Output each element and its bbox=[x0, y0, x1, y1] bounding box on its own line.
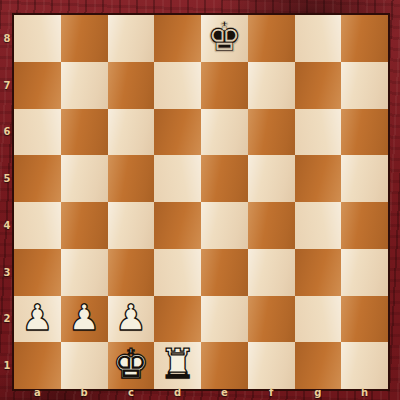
square-c4[interactable] bbox=[108, 202, 155, 249]
file-label-c: c bbox=[108, 386, 155, 399]
rank-label-4: 4 bbox=[0, 202, 14, 249]
file-labels: abcdefgh bbox=[14, 386, 388, 399]
square-h1[interactable] bbox=[341, 342, 388, 389]
square-c1[interactable]: ♚ bbox=[108, 342, 155, 389]
white-pawn[interactable]: ♟ bbox=[21, 300, 53, 336]
square-e7[interactable] bbox=[201, 62, 248, 109]
chess-diagram: ♚♟♟♟♚♜ abcdefgh 87654321 bbox=[0, 0, 400, 400]
square-b2[interactable]: ♟ bbox=[61, 296, 108, 343]
square-h8[interactable] bbox=[341, 15, 388, 62]
square-a4[interactable] bbox=[14, 202, 61, 249]
square-f6[interactable] bbox=[248, 109, 295, 156]
square-e2[interactable] bbox=[201, 296, 248, 343]
rank-label-7: 7 bbox=[0, 62, 14, 109]
square-a8[interactable] bbox=[14, 15, 61, 62]
square-f2[interactable] bbox=[248, 296, 295, 343]
rank-label-8: 8 bbox=[0, 15, 14, 62]
square-e5[interactable] bbox=[201, 155, 248, 202]
file-label-f: f bbox=[248, 386, 295, 399]
square-g2[interactable] bbox=[295, 296, 342, 343]
file-label-h: h bbox=[341, 386, 388, 399]
rank-label-3: 3 bbox=[0, 249, 14, 296]
square-d7[interactable] bbox=[154, 62, 201, 109]
square-d1[interactable]: ♜ bbox=[154, 342, 201, 389]
file-label-e: e bbox=[201, 386, 248, 399]
square-c8[interactable] bbox=[108, 15, 155, 62]
square-c2[interactable]: ♟ bbox=[108, 296, 155, 343]
square-h6[interactable] bbox=[341, 109, 388, 156]
file-label-a: a bbox=[14, 386, 61, 399]
rank-label-5: 5 bbox=[0, 155, 14, 202]
square-h7[interactable] bbox=[341, 62, 388, 109]
square-c7[interactable] bbox=[108, 62, 155, 109]
square-e4[interactable] bbox=[201, 202, 248, 249]
square-d8[interactable] bbox=[154, 15, 201, 62]
black-king[interactable]: ♚ bbox=[206, 17, 243, 58]
square-b7[interactable] bbox=[61, 62, 108, 109]
white-pawn[interactable]: ♟ bbox=[115, 300, 147, 336]
square-b6[interactable] bbox=[61, 109, 108, 156]
rank-label-2: 2 bbox=[0, 296, 14, 343]
square-d6[interactable] bbox=[154, 109, 201, 156]
square-e3[interactable] bbox=[201, 249, 248, 296]
file-label-b: b bbox=[61, 386, 108, 399]
white-king[interactable]: ♚ bbox=[112, 344, 149, 385]
square-c5[interactable] bbox=[108, 155, 155, 202]
square-a7[interactable] bbox=[14, 62, 61, 109]
file-label-g: g bbox=[295, 386, 342, 399]
file-label-d: d bbox=[154, 386, 201, 399]
square-d4[interactable] bbox=[154, 202, 201, 249]
square-d5[interactable] bbox=[154, 155, 201, 202]
square-h2[interactable] bbox=[341, 296, 388, 343]
square-f1[interactable] bbox=[248, 342, 295, 389]
square-f4[interactable] bbox=[248, 202, 295, 249]
square-e1[interactable] bbox=[201, 342, 248, 389]
rank-labels: 87654321 bbox=[0, 15, 14, 389]
square-g8[interactable] bbox=[295, 15, 342, 62]
square-b5[interactable] bbox=[61, 155, 108, 202]
rank-label-1: 1 bbox=[0, 342, 14, 389]
white-rook[interactable]: ♜ bbox=[159, 344, 196, 385]
square-g4[interactable] bbox=[295, 202, 342, 249]
square-a3[interactable] bbox=[14, 249, 61, 296]
square-g7[interactable] bbox=[295, 62, 342, 109]
square-a6[interactable] bbox=[14, 109, 61, 156]
square-g3[interactable] bbox=[295, 249, 342, 296]
square-e6[interactable] bbox=[201, 109, 248, 156]
square-g5[interactable] bbox=[295, 155, 342, 202]
square-b4[interactable] bbox=[61, 202, 108, 249]
square-e8[interactable]: ♚ bbox=[201, 15, 248, 62]
chess-board: ♚♟♟♟♚♜ bbox=[14, 15, 388, 389]
white-pawn[interactable]: ♟ bbox=[68, 300, 100, 336]
square-h4[interactable] bbox=[341, 202, 388, 249]
square-d3[interactable] bbox=[154, 249, 201, 296]
square-f7[interactable] bbox=[248, 62, 295, 109]
square-h3[interactable] bbox=[341, 249, 388, 296]
square-a5[interactable] bbox=[14, 155, 61, 202]
rank-label-6: 6 bbox=[0, 109, 14, 156]
square-f5[interactable] bbox=[248, 155, 295, 202]
square-b1[interactable] bbox=[61, 342, 108, 389]
square-c6[interactable] bbox=[108, 109, 155, 156]
square-b8[interactable] bbox=[61, 15, 108, 62]
square-h5[interactable] bbox=[341, 155, 388, 202]
square-f3[interactable] bbox=[248, 249, 295, 296]
square-c3[interactable] bbox=[108, 249, 155, 296]
square-f8[interactable] bbox=[248, 15, 295, 62]
square-d2[interactable] bbox=[154, 296, 201, 343]
square-g1[interactable] bbox=[295, 342, 342, 389]
square-g6[interactable] bbox=[295, 109, 342, 156]
square-a1[interactable] bbox=[14, 342, 61, 389]
square-b3[interactable] bbox=[61, 249, 108, 296]
square-a2[interactable]: ♟ bbox=[14, 296, 61, 343]
